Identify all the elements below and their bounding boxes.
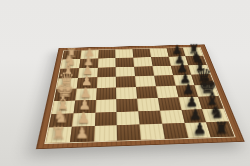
square-d6[interactable] xyxy=(154,75,175,86)
square-b4[interactable] xyxy=(116,58,134,68)
square-h5[interactable] xyxy=(140,124,165,140)
square-d3[interactable] xyxy=(96,77,116,88)
square-c5[interactable] xyxy=(134,66,154,76)
black-pawn[interactable]: ♟ xyxy=(187,121,210,136)
square-c6[interactable] xyxy=(152,66,172,76)
square-f3[interactable] xyxy=(95,99,117,112)
square-f4[interactable] xyxy=(116,98,138,111)
photo-background: ♜♟♟♜♞♟♟♞♝♟♟♝♛♟♟♛♚♟♟♚♝♟♟♝♞♟♟♞♜♟♟♜ xyxy=(0,0,250,166)
square-d5[interactable] xyxy=(135,76,156,87)
square-g3[interactable] xyxy=(94,112,117,127)
square-h1[interactable]: ♜ xyxy=(46,127,72,143)
square-c4[interactable] xyxy=(116,67,135,77)
square-h3[interactable] xyxy=(94,125,118,141)
square-h4[interactable] xyxy=(117,125,141,141)
white-rook[interactable]: ♜ xyxy=(46,124,70,141)
square-e6[interactable] xyxy=(156,86,178,98)
square-f6[interactable] xyxy=(158,97,181,110)
square-h2[interactable]: ♟ xyxy=(70,126,95,142)
square-e5[interactable] xyxy=(136,86,158,98)
board-grid: ♜♟♟♜♞♟♟♞♝♟♟♝♛♟♟♛♚♟♟♚♝♟♟♝♞♟♟♞♜♟♟♜ xyxy=(44,47,235,144)
black-rook[interactable]: ♜ xyxy=(210,119,233,136)
square-d4[interactable] xyxy=(116,76,136,87)
square-e3[interactable] xyxy=(96,88,117,100)
square-f5[interactable] xyxy=(137,98,160,111)
square-h7[interactable]: ♟ xyxy=(184,122,211,138)
square-c3[interactable] xyxy=(97,67,116,77)
scene: ♜♟♟♜♞♟♟♞♝♟♟♝♛♟♟♛♚♟♟♚♝♟♟♝♞♟♟♞♜♟♟♜ xyxy=(0,0,250,166)
white-pawn[interactable]: ♟ xyxy=(70,125,94,141)
square-g5[interactable] xyxy=(138,110,162,124)
square-g4[interactable] xyxy=(117,111,140,125)
chess-board: ♜♟♟♜♞♟♟♞♝♟♟♝♛♟♟♛♚♟♟♚♝♟♟♝♞♟♟♞♜♟♟♜ xyxy=(36,44,245,149)
square-e4[interactable] xyxy=(116,87,137,99)
